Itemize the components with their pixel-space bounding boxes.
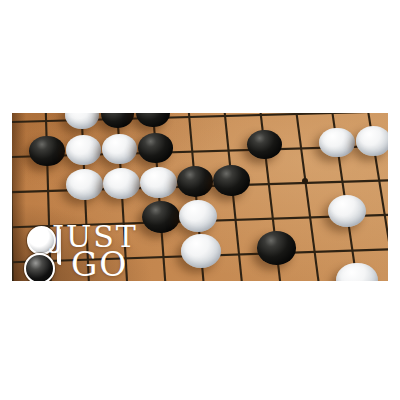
stone-white [181,234,221,268]
stone-white [103,168,140,199]
stone-white [319,128,354,158]
stone-white [66,135,101,165]
stone-black [138,133,173,163]
stone-white [179,200,217,232]
stone-black [247,130,282,160]
stone-black [257,231,297,265]
game-banner[interactable]: JUST GO [12,113,388,281]
star-point [302,178,308,184]
stone-white [356,126,388,156]
stone-black [213,165,250,196]
stone-white [102,134,137,164]
stone-white [140,167,177,198]
stone-black [29,136,64,166]
go-board [12,113,388,281]
stone-black [177,166,214,197]
